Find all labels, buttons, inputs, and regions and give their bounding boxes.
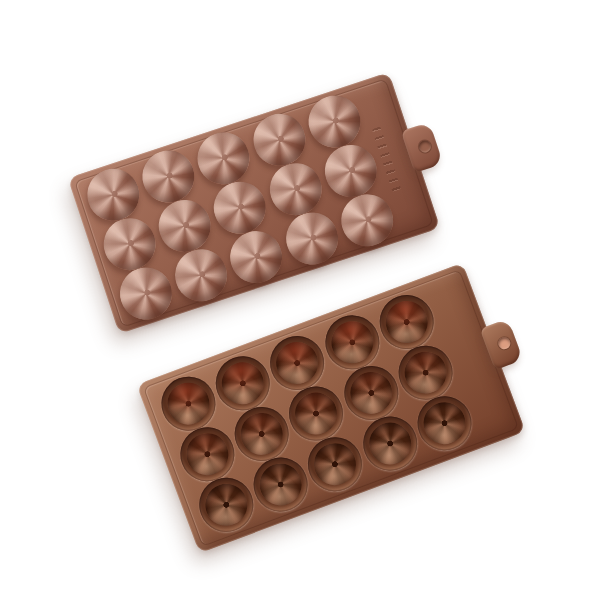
cavity-swirl-pattern	[235, 407, 289, 461]
cavity-swirl-pattern	[180, 427, 234, 481]
photo-canvas	[0, 0, 600, 600]
swirl-bump	[334, 188, 400, 254]
swirl-bump	[207, 175, 273, 241]
cavity-swirl-pattern	[325, 315, 379, 369]
cavity-swirl-pattern	[344, 366, 398, 420]
cavity-swirl-pattern	[380, 295, 434, 349]
tab-hole	[417, 139, 432, 154]
cavity-swirl-pattern	[289, 386, 343, 440]
cavity-swirl-pattern	[363, 417, 417, 471]
swirl-bump	[113, 261, 179, 327]
cavity-swirl-pattern	[162, 377, 216, 431]
swirl-bump	[168, 242, 234, 308]
cavity-swirl-pattern	[398, 346, 452, 400]
cavity-grid	[152, 287, 481, 541]
cavity-swirl-pattern	[271, 336, 325, 390]
cavity-swirl-pattern	[417, 396, 471, 450]
swirl-bump	[191, 125, 257, 191]
hang-tab	[401, 122, 443, 173]
cavity-swirl-pattern	[199, 478, 253, 532]
swirl-bump	[81, 162, 147, 228]
bump-grid	[78, 88, 403, 327]
tab-hole	[497, 335, 512, 350]
swirl-bump	[97, 211, 163, 277]
cavity-swirl-pattern	[308, 437, 362, 491]
cavity-swirl-pattern	[216, 356, 270, 410]
swirl-bump	[224, 224, 290, 290]
swirl-bump	[279, 206, 345, 272]
swirl-bump	[136, 144, 202, 210]
swirl-bump	[152, 193, 218, 259]
hang-tab	[480, 318, 524, 370]
cavity-swirl-pattern	[254, 457, 308, 511]
